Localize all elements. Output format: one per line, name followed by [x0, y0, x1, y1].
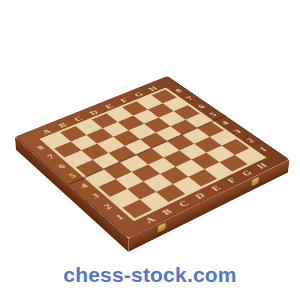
- brass-clasp-icon: [252, 177, 259, 187]
- rank-label-left-8: 8: [35, 143, 46, 151]
- file-label-near-A: A: [142, 215, 157, 225]
- rank-label-left-1: 1: [113, 212, 126, 221]
- brass-clasp-icon: [158, 223, 166, 234]
- white-rook-glyph: ♜: [118, 167, 157, 210]
- rank-label-left-4: 4: [78, 181, 90, 189]
- file-label-near-C: C: [176, 199, 191, 209]
- black-pawn-glyph: ♟: [51, 114, 84, 151]
- chess-board: AABBCCDDEEFFGGHH1122334455667788 ♜♞♝♛♚♝♞…: [15, 76, 290, 238]
- file-label-near-D: D: [192, 191, 207, 201]
- rank-label-left-5: 5: [67, 171, 79, 179]
- square-a6: [65, 150, 92, 166]
- file-label-near-G: G: [239, 168, 254, 177]
- rank-label-left-7: 7: [45, 153, 56, 161]
- rank-label-left-3: 3: [89, 191, 101, 200]
- rank-label-left-2: 2: [101, 202, 113, 211]
- square-a5: [75, 160, 103, 177]
- file-label-near-H: H: [254, 161, 269, 170]
- file-label-near-B: B: [160, 207, 174, 217]
- product-photo: AABBCCDDEEFFGGHH1122334455667788 ♜♞♝♛♚♝♞…: [0, 0, 300, 300]
- rank-label-left-6: 6: [56, 162, 67, 170]
- watermark: chess-stock.com: [0, 263, 300, 287]
